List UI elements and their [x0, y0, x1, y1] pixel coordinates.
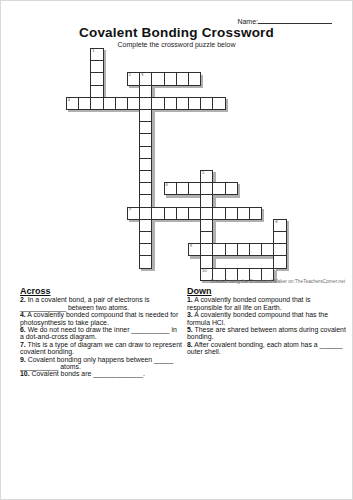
crossword-cell[interactable] [139, 121, 152, 134]
crossword-cell[interactable] [164, 72, 177, 85]
crossword-cell[interactable] [200, 219, 213, 232]
crossword-cell[interactable] [249, 207, 262, 220]
crossword-cell[interactable] [188, 72, 201, 85]
crossword-cell[interactable] [151, 97, 164, 110]
clue-number: 10. [20, 370, 30, 377]
crossword-cell[interactable] [200, 207, 213, 220]
clue-across-2: 2. In a covalent bond, a pair of electro… [20, 296, 182, 311]
clue-across-4: 4. A covalently bonded compound that is … [20, 311, 182, 326]
crossword-cell[interactable] [200, 182, 213, 195]
crossword-cell[interactable] [78, 97, 91, 110]
clue-down-5: 5. These are shared between atoms during… [187, 326, 347, 341]
name-field-row: Name: [237, 17, 332, 25]
crossword-grid: 12345678910 [66, 48, 288, 282]
crossword-cell[interactable]: 3 [139, 72, 152, 85]
crossword-cell[interactable] [90, 97, 103, 110]
clue-number-label: 5 [202, 171, 204, 176]
crossword-cell[interactable] [139, 97, 152, 110]
page-title: Covalent Bonding Crossword [0, 25, 353, 40]
crossword-cell[interactable] [237, 243, 250, 256]
crossword-cell[interactable] [139, 243, 152, 256]
clue-across-10: 10. Covalent bonds are _____________. [20, 370, 182, 377]
crossword-cell[interactable] [200, 97, 213, 110]
crossword-cell[interactable] [90, 85, 103, 98]
crossword-cell[interactable] [176, 207, 189, 220]
clue-down-8: 8. After covalent bonding, each atom has… [187, 341, 347, 356]
crossword-cell[interactable] [212, 182, 225, 195]
across-clue-list: 2. In a covalent bond, a pair of electro… [20, 296, 182, 377]
clue-down-3: 3. A covalently bonded compound that has… [187, 311, 347, 326]
clue-number: 6. [20, 326, 26, 333]
crossword-cell[interactable] [225, 182, 238, 195]
crossword-cell[interactable]: 8 [273, 219, 286, 232]
crossword-cell[interactable] [139, 133, 152, 146]
name-label: Name: [237, 18, 258, 25]
clue-number-label: 7 [129, 208, 131, 213]
crossword-cell[interactable] [139, 85, 152, 98]
crossword-cell[interactable] [139, 158, 152, 171]
crossword-cell[interactable] [139, 194, 152, 207]
crossword-cell[interactable] [237, 207, 250, 220]
crossword-cell[interactable] [151, 207, 164, 220]
crossword-cell[interactable] [212, 243, 225, 256]
clue-number-label: 9 [190, 244, 192, 249]
name-blank-line[interactable] [258, 17, 332, 24]
crossword-cell[interactable] [164, 97, 177, 110]
crossword-cell[interactable] [139, 207, 152, 220]
across-clues-section: Across 2. In a covalent bond, a pair of … [20, 288, 182, 378]
clue-number: 4. [20, 311, 26, 318]
clue-number: 9. [20, 356, 26, 363]
crossword-cell[interactable] [273, 255, 286, 268]
down-heading: Down [187, 288, 347, 295]
clue-number-label: 10 [202, 269, 206, 274]
crossword-cell[interactable] [225, 207, 238, 220]
crossword-cell[interactable] [151, 72, 164, 85]
clue-number-label: 2 [129, 73, 131, 78]
clue-across-6: 6. We do not need to draw the inner ____… [20, 326, 182, 341]
crossword-cell[interactable]: 6 [164, 182, 177, 195]
crossword-cell[interactable] [200, 243, 213, 256]
credit-text: Created using the Crossword Maker on The… [210, 279, 345, 284]
clue-number-label: 3 [141, 73, 143, 78]
clue-number: 8. [187, 341, 193, 348]
crossword-cell[interactable] [139, 182, 152, 195]
crossword-cell[interactable] [273, 243, 286, 256]
across-heading: Across [20, 288, 182, 295]
crossword-cell[interactable] [200, 194, 213, 207]
crossword-cell[interactable] [164, 207, 177, 220]
crossword-cell[interactable] [115, 97, 128, 110]
clue-number: 3. [187, 311, 193, 318]
crossword-cell[interactable] [176, 72, 189, 85]
clue-number: 5. [187, 326, 193, 333]
clue-number-label: 4 [68, 98, 70, 103]
clue-number-label: 1 [92, 49, 94, 54]
down-clues-section: Down 1. A covalently bonded compound tha… [187, 288, 347, 356]
page-subtitle: Complete the crossword puzzle below [0, 41, 353, 48]
crossword-cell[interactable] [103, 97, 116, 110]
clue-number-label: 8 [275, 220, 277, 225]
down-clue-list: 1. A covalently bonded compound that is … [187, 296, 347, 355]
crossword-cell[interactable] [261, 243, 274, 256]
crossword-cell[interactable] [176, 97, 189, 110]
clue-number: 7. [20, 341, 26, 348]
clue-number-label: 6 [165, 183, 167, 188]
crossword-cell[interactable] [212, 207, 225, 220]
clue-number: 2. [20, 296, 26, 303]
clue-down-1: 1. A covalently bonded compound that is … [187, 296, 347, 311]
crossword-cell[interactable] [139, 219, 152, 232]
clue-number: 1. [187, 296, 193, 303]
crossword-cell[interactable] [90, 72, 103, 85]
worksheet-page: Name: Covalent Bonding Crossword Complet… [0, 0, 353, 500]
clue-across-9: 9. Covalent bonding only happens between… [20, 356, 182, 371]
crossword-cell[interactable] [225, 243, 238, 256]
clue-across-7: 7. This is a type of diagram we can draw… [20, 341, 182, 356]
crossword-cell[interactable] [139, 255, 152, 268]
crossword-cell[interactable] [139, 146, 152, 159]
crossword-cell[interactable] [200, 255, 213, 268]
crossword-cell[interactable] [176, 182, 189, 195]
crossword-cell[interactable] [90, 60, 103, 73]
crossword-cell[interactable] [212, 97, 225, 110]
